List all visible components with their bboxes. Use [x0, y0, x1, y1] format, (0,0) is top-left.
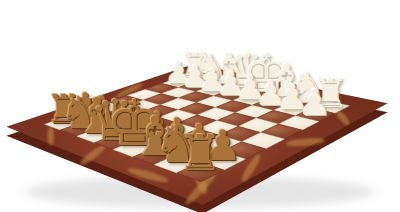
piece-white-pawn[interactable]: ♟: [299, 84, 331, 120]
chess-set-photo: ♜♞♝♛♚♝♞♜♟♟♟♟♟♟♟♟♟♟♟♟♟♟♟♟♜♞♝♛♚♝♞♜: [0, 0, 400, 212]
piece-brown-rook[interactable]: ♜: [178, 129, 222, 179]
